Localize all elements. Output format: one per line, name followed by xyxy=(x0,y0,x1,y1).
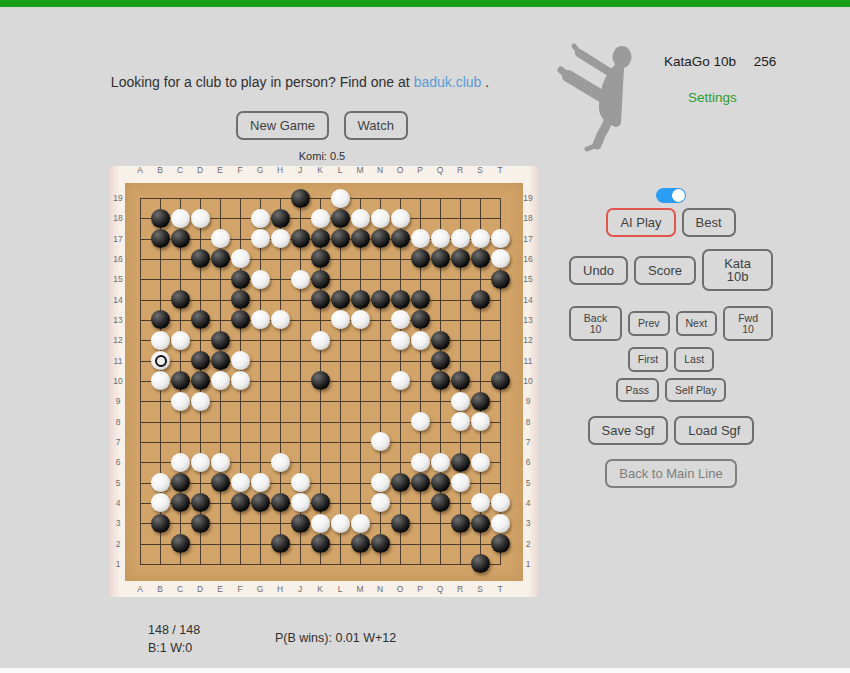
row-label: 6 xyxy=(110,457,126,467)
column-label: M xyxy=(352,584,368,594)
row-label: 5 xyxy=(520,478,536,488)
move-status: 148 / 148 B:1 W:0 xyxy=(148,621,200,657)
column-label: M xyxy=(352,165,368,175)
move-counter: 148 / 148 xyxy=(148,621,200,639)
club-banner: Looking for a club to play in person? Fi… xyxy=(90,74,510,90)
column-label: P xyxy=(412,165,428,175)
katago-web-app: Looking for a club to play in person? Fi… xyxy=(0,0,850,673)
row-label: 16 xyxy=(520,254,536,264)
column-label: H xyxy=(272,584,288,594)
column-label: S xyxy=(472,165,488,175)
column-label: G xyxy=(252,584,268,594)
column-label: N xyxy=(372,165,388,175)
column-label: Q xyxy=(432,165,448,175)
win-rate-readout: P(B wins): 0.01 W+12 xyxy=(275,631,396,645)
column-label: T xyxy=(492,165,508,175)
best-button[interactable]: Best xyxy=(682,208,736,237)
save-sgf-button[interactable]: Save Sgf xyxy=(588,416,669,445)
column-label: J xyxy=(292,584,308,594)
top-button-row: New Game Watch xyxy=(110,111,534,140)
column-label: C xyxy=(172,584,188,594)
row-label: 1 xyxy=(110,559,126,569)
ai-toggle-switch[interactable] xyxy=(656,188,686,203)
load-sgf-button[interactable]: Load Sgf xyxy=(674,416,754,445)
column-label: K xyxy=(312,165,328,175)
karate-kick-logo xyxy=(556,42,664,154)
settings-link[interactable]: Settings xyxy=(688,90,737,105)
row-label: 12 xyxy=(110,335,126,345)
row-label: 8 xyxy=(110,417,126,427)
row-label: 13 xyxy=(110,315,126,325)
row-label: 13 xyxy=(520,315,536,325)
column-label: A xyxy=(132,584,148,594)
row-label: 6 xyxy=(520,457,536,467)
prev-button[interactable]: Prev xyxy=(628,311,670,336)
row-label: 4 xyxy=(520,498,536,508)
column-label: L xyxy=(332,584,348,594)
row-label: 12 xyxy=(520,335,536,345)
column-label: D xyxy=(192,165,208,175)
row-label: 7 xyxy=(110,437,126,447)
watch-button[interactable]: Watch xyxy=(344,111,408,140)
next-button[interactable]: Next xyxy=(676,311,718,336)
column-label: O xyxy=(392,584,408,594)
row-label: 15 xyxy=(520,274,536,284)
row-label: 14 xyxy=(110,295,126,305)
fwd-10-button[interactable]: Fwd 10 xyxy=(723,306,773,341)
column-label: C xyxy=(172,165,188,175)
column-label: J xyxy=(292,165,308,175)
column-label: H xyxy=(272,165,288,175)
undo-button[interactable]: Undo xyxy=(569,256,628,285)
banner-text-end: . xyxy=(485,74,489,90)
column-label: K xyxy=(312,584,328,594)
pass-button[interactable]: Pass xyxy=(616,378,659,403)
row-label: 4 xyxy=(110,498,126,508)
banner-text: Looking for a club to play in person? Fi… xyxy=(111,74,410,90)
row-label: 19 xyxy=(520,193,536,203)
row-label: 1 xyxy=(520,559,536,569)
row-label: 7 xyxy=(520,437,536,447)
column-label: D xyxy=(192,584,208,594)
row-label: 8 xyxy=(520,417,536,427)
row-label: 18 xyxy=(110,213,126,223)
column-label: A xyxy=(132,165,148,175)
column-label: L xyxy=(332,165,348,175)
column-label: S xyxy=(472,584,488,594)
control-panel: AI Play Best Undo Score Kata 10b Back 10… xyxy=(566,188,776,488)
column-label: F xyxy=(232,584,248,594)
row-label: 2 xyxy=(520,539,536,549)
score-button[interactable]: Score xyxy=(634,256,696,285)
row-label: 17 xyxy=(520,234,536,244)
column-label: O xyxy=(392,165,408,175)
self-play-button[interactable]: Self Play xyxy=(665,378,726,403)
visits-count: 256 xyxy=(754,54,777,69)
engine-name: KataGo 10b xyxy=(664,54,736,69)
row-label: 11 xyxy=(520,356,536,366)
row-label: 9 xyxy=(110,396,126,406)
go-board: AABBCCDDEEFFGGHHJJKKLLMMNNOOPPQQRRSSTT19… xyxy=(110,166,538,597)
baduk-club-link[interactable]: baduk.club xyxy=(414,74,482,90)
column-label: E xyxy=(212,584,228,594)
toggle-knob xyxy=(672,189,685,202)
row-label: 3 xyxy=(520,518,536,528)
column-label: R xyxy=(452,165,468,175)
column-label: N xyxy=(372,584,388,594)
column-label: P xyxy=(412,584,428,594)
row-label: 17 xyxy=(110,234,126,244)
first-button[interactable]: First xyxy=(628,347,668,372)
column-label: B xyxy=(152,165,168,175)
board-click-area[interactable] xyxy=(130,188,518,576)
engine-button[interactable]: Kata 10b xyxy=(702,249,773,291)
last-button[interactable]: Last xyxy=(674,347,714,372)
column-label: B xyxy=(152,584,168,594)
row-label: 3 xyxy=(110,518,126,528)
row-label: 15 xyxy=(110,274,126,284)
column-label: R xyxy=(452,584,468,594)
capture-counts: B:1 W:0 xyxy=(148,639,200,657)
bottom-strip xyxy=(0,668,850,673)
column-label: E xyxy=(212,165,228,175)
row-label: 14 xyxy=(520,295,536,305)
row-label: 10 xyxy=(110,376,126,386)
row-label: 11 xyxy=(110,356,126,366)
new-game-button[interactable]: New Game xyxy=(236,111,329,140)
komi-label: Komi: 0.5 xyxy=(110,150,534,162)
column-label: Q xyxy=(432,584,448,594)
row-label: 2 xyxy=(110,539,126,549)
row-label: 19 xyxy=(110,193,126,203)
row-label: 9 xyxy=(520,396,536,406)
row-label: 16 xyxy=(110,254,126,264)
column-label: T xyxy=(492,584,508,594)
back-10-button[interactable]: Back 10 xyxy=(569,306,622,341)
engine-header: KataGo 10b 256 xyxy=(664,54,776,69)
ai-play-button[interactable]: AI Play xyxy=(606,208,675,237)
top-green-bar xyxy=(0,0,850,7)
row-label: 5 xyxy=(110,478,126,488)
column-label: F xyxy=(232,165,248,175)
column-label: G xyxy=(252,165,268,175)
row-label: 18 xyxy=(520,213,536,223)
back-to-main-line-button[interactable]: Back to Main Line xyxy=(605,459,736,488)
row-label: 10 xyxy=(520,376,536,386)
